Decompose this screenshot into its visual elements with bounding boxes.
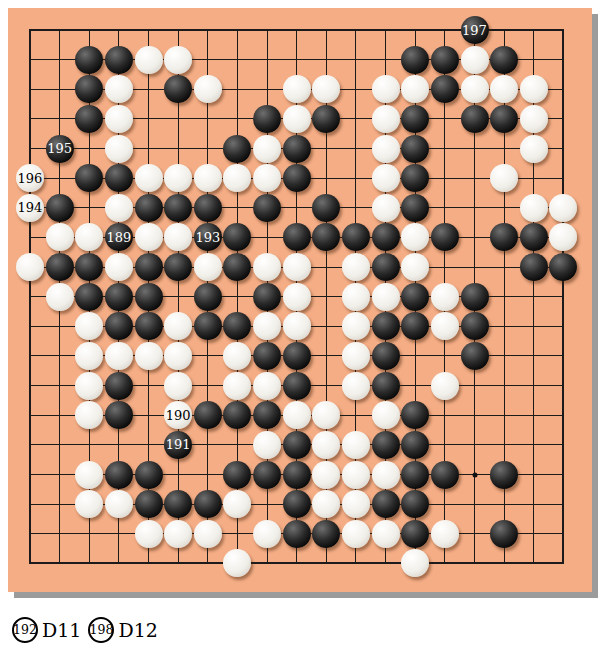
stone-C12 bbox=[75, 223, 103, 251]
stone-K2 bbox=[283, 520, 311, 548]
stone-P9 bbox=[431, 312, 459, 340]
stone-move-196: 196 bbox=[16, 164, 44, 192]
stone-B13 bbox=[46, 194, 74, 222]
stone-N7 bbox=[372, 372, 400, 400]
stone-H14 bbox=[223, 164, 251, 192]
stone-move-190: 190 bbox=[164, 401, 192, 429]
stone-E12 bbox=[135, 223, 163, 251]
stone-Q18 bbox=[461, 46, 489, 74]
stone-move-189: 189 bbox=[105, 223, 133, 251]
stone-K6 bbox=[283, 401, 311, 429]
stone-D18 bbox=[105, 46, 133, 74]
stone-D15 bbox=[105, 135, 133, 163]
stone-move-191: 191 bbox=[164, 431, 192, 459]
stone-P7 bbox=[431, 372, 459, 400]
stone-S11 bbox=[520, 253, 548, 281]
stone-L13 bbox=[312, 194, 340, 222]
stone-T11 bbox=[549, 253, 577, 281]
caption-point-label-2: D12 bbox=[118, 619, 157, 641]
stone-F2 bbox=[164, 520, 192, 548]
stone-G13 bbox=[194, 194, 222, 222]
stone-N16 bbox=[372, 105, 400, 133]
stone-M12 bbox=[342, 223, 370, 251]
stone-C11 bbox=[75, 253, 103, 281]
stone-O17 bbox=[401, 75, 429, 103]
stone-M2 bbox=[342, 520, 370, 548]
stone-N11 bbox=[372, 253, 400, 281]
stone-D9 bbox=[105, 312, 133, 340]
stone-K10 bbox=[283, 283, 311, 311]
stone-C16 bbox=[75, 105, 103, 133]
stone-T12 bbox=[549, 223, 577, 251]
stone-C17 bbox=[75, 75, 103, 103]
stone-L12 bbox=[312, 223, 340, 251]
stone-N9 bbox=[372, 312, 400, 340]
stone-H9 bbox=[223, 312, 251, 340]
stone-D17 bbox=[105, 75, 133, 103]
stone-E14 bbox=[135, 164, 163, 192]
caption-point-label-1: D11 bbox=[42, 619, 81, 641]
stone-move-194: 194 bbox=[16, 194, 44, 222]
stone-C18 bbox=[75, 46, 103, 74]
caption-move-circle-2: 198 bbox=[88, 617, 114, 643]
stone-C6 bbox=[75, 401, 103, 429]
stone-F17 bbox=[164, 75, 192, 103]
stone-K7 bbox=[283, 372, 311, 400]
stone-L17 bbox=[312, 75, 340, 103]
stone-O5 bbox=[401, 431, 429, 459]
stone-R14 bbox=[490, 164, 518, 192]
grid-line-horizontal bbox=[29, 562, 564, 564]
stone-H3 bbox=[223, 490, 251, 518]
stone-H15 bbox=[223, 135, 251, 163]
stone-E9 bbox=[135, 312, 163, 340]
stone-N3 bbox=[372, 490, 400, 518]
stone-M9 bbox=[342, 312, 370, 340]
stone-F12 bbox=[164, 223, 192, 251]
stone-H6 bbox=[223, 401, 251, 429]
stone-D14 bbox=[105, 164, 133, 192]
stone-C10 bbox=[75, 283, 103, 311]
stone-J4 bbox=[253, 461, 281, 489]
stone-G14 bbox=[194, 164, 222, 192]
stone-S15 bbox=[520, 135, 548, 163]
stone-F9 bbox=[164, 312, 192, 340]
stone-E10 bbox=[135, 283, 163, 311]
stone-Q10 bbox=[461, 283, 489, 311]
stone-K5 bbox=[283, 431, 311, 459]
stone-N15 bbox=[372, 135, 400, 163]
stone-O15 bbox=[401, 135, 429, 163]
stone-O4 bbox=[401, 461, 429, 489]
stone-D6 bbox=[105, 401, 133, 429]
stone-M8 bbox=[342, 342, 370, 370]
stone-E8 bbox=[135, 342, 163, 370]
stone-K15 bbox=[283, 135, 311, 163]
stone-D13 bbox=[105, 194, 133, 222]
stone-O12 bbox=[401, 223, 429, 251]
stone-R12 bbox=[490, 223, 518, 251]
stone-M7 bbox=[342, 372, 370, 400]
star-point bbox=[472, 472, 477, 477]
stone-C9 bbox=[75, 312, 103, 340]
stone-O1 bbox=[401, 549, 429, 577]
stone-L2 bbox=[312, 520, 340, 548]
stone-K8 bbox=[283, 342, 311, 370]
stone-G3 bbox=[194, 490, 222, 518]
stone-J10 bbox=[253, 283, 281, 311]
stone-H11 bbox=[223, 253, 251, 281]
stone-C7 bbox=[75, 372, 103, 400]
go-board[interactable]: 197195196194189193190191 bbox=[8, 8, 592, 592]
stone-T13 bbox=[549, 194, 577, 222]
stone-N8 bbox=[372, 342, 400, 370]
stone-J5 bbox=[253, 431, 281, 459]
stone-P12 bbox=[431, 223, 459, 251]
stone-A11 bbox=[16, 253, 44, 281]
stone-H8 bbox=[223, 342, 251, 370]
stone-K17 bbox=[283, 75, 311, 103]
stone-F13 bbox=[164, 194, 192, 222]
stone-G2 bbox=[194, 520, 222, 548]
stone-R17 bbox=[490, 75, 518, 103]
stone-C8 bbox=[75, 342, 103, 370]
stone-G9 bbox=[194, 312, 222, 340]
stone-L6 bbox=[312, 401, 340, 429]
stone-N13 bbox=[372, 194, 400, 222]
stone-O3 bbox=[401, 490, 429, 518]
stone-H1 bbox=[223, 549, 251, 577]
stone-E11 bbox=[135, 253, 163, 281]
stone-move-193: 193 bbox=[194, 223, 222, 251]
stone-O13 bbox=[401, 194, 429, 222]
stone-S12 bbox=[520, 223, 548, 251]
stone-E13 bbox=[135, 194, 163, 222]
stone-H7 bbox=[223, 372, 251, 400]
stone-L4 bbox=[312, 461, 340, 489]
stone-H4 bbox=[223, 461, 251, 489]
stone-D11 bbox=[105, 253, 133, 281]
stone-O16 bbox=[401, 105, 429, 133]
stone-K9 bbox=[283, 312, 311, 340]
stone-C14 bbox=[75, 164, 103, 192]
stone-move-197: 197 bbox=[461, 16, 489, 44]
stone-J8 bbox=[253, 342, 281, 370]
stone-F3 bbox=[164, 490, 192, 518]
stone-F14 bbox=[164, 164, 192, 192]
stone-D8 bbox=[105, 342, 133, 370]
stone-F7 bbox=[164, 372, 192, 400]
stone-O6 bbox=[401, 401, 429, 429]
stone-F11 bbox=[164, 253, 192, 281]
stone-K4 bbox=[283, 461, 311, 489]
stone-K16 bbox=[283, 105, 311, 133]
stone-K12 bbox=[283, 223, 311, 251]
stone-K3 bbox=[283, 490, 311, 518]
stone-J6 bbox=[253, 401, 281, 429]
caption: 192 D11 198 D12 bbox=[12, 612, 165, 648]
stone-M5 bbox=[342, 431, 370, 459]
stone-B12 bbox=[46, 223, 74, 251]
stone-O14 bbox=[401, 164, 429, 192]
stone-L5 bbox=[312, 431, 340, 459]
stone-P17 bbox=[431, 75, 459, 103]
stone-D3 bbox=[105, 490, 133, 518]
stone-N10 bbox=[372, 283, 400, 311]
stone-D10 bbox=[105, 283, 133, 311]
stone-F18 bbox=[164, 46, 192, 74]
diagram-page: 197195196194189193190191 192 D11 198 D12 bbox=[0, 0, 600, 659]
stone-O10 bbox=[401, 283, 429, 311]
stone-J16 bbox=[253, 105, 281, 133]
stone-O2 bbox=[401, 520, 429, 548]
stone-move-195: 195 bbox=[46, 135, 74, 163]
stone-O9 bbox=[401, 312, 429, 340]
stone-K14 bbox=[283, 164, 311, 192]
stone-Q17 bbox=[461, 75, 489, 103]
stone-G6 bbox=[194, 401, 222, 429]
caption-move-circle-1: 192 bbox=[12, 617, 38, 643]
stone-M3 bbox=[342, 490, 370, 518]
grid-line-vertical bbox=[562, 29, 564, 564]
stone-E4 bbox=[135, 461, 163, 489]
stone-J9 bbox=[253, 312, 281, 340]
stone-P4 bbox=[431, 461, 459, 489]
stone-K11 bbox=[283, 253, 311, 281]
stone-J7 bbox=[253, 372, 281, 400]
stone-J11 bbox=[253, 253, 281, 281]
stone-R4 bbox=[490, 461, 518, 489]
stone-O18 bbox=[401, 46, 429, 74]
stone-H12 bbox=[223, 223, 251, 251]
stone-M4 bbox=[342, 461, 370, 489]
stone-N17 bbox=[372, 75, 400, 103]
stone-C3 bbox=[75, 490, 103, 518]
stone-F8 bbox=[164, 342, 192, 370]
stone-S16 bbox=[520, 105, 548, 133]
stone-D4 bbox=[105, 461, 133, 489]
stone-B11 bbox=[46, 253, 74, 281]
stone-J15 bbox=[253, 135, 281, 163]
stone-E2 bbox=[135, 520, 163, 548]
stone-J14 bbox=[253, 164, 281, 192]
stone-P2 bbox=[431, 520, 459, 548]
stone-N14 bbox=[372, 164, 400, 192]
stone-N12 bbox=[372, 223, 400, 251]
stone-O11 bbox=[401, 253, 429, 281]
stone-E18 bbox=[135, 46, 163, 74]
stone-D7 bbox=[105, 372, 133, 400]
stone-J13 bbox=[253, 194, 281, 222]
stone-M10 bbox=[342, 283, 370, 311]
stone-L3 bbox=[312, 490, 340, 518]
stone-G10 bbox=[194, 283, 222, 311]
stone-S13 bbox=[520, 194, 548, 222]
stone-N6 bbox=[372, 401, 400, 429]
stone-L16 bbox=[312, 105, 340, 133]
stone-R18 bbox=[490, 46, 518, 74]
stone-R2 bbox=[490, 520, 518, 548]
stone-C4 bbox=[75, 461, 103, 489]
stone-Q8 bbox=[461, 342, 489, 370]
stone-Q16 bbox=[461, 105, 489, 133]
stone-N5 bbox=[372, 431, 400, 459]
stone-G17 bbox=[194, 75, 222, 103]
stone-J2 bbox=[253, 520, 281, 548]
stone-P18 bbox=[431, 46, 459, 74]
stone-N2 bbox=[372, 520, 400, 548]
stone-B10 bbox=[46, 283, 74, 311]
stone-D16 bbox=[105, 105, 133, 133]
stone-S17 bbox=[520, 75, 548, 103]
stone-G11 bbox=[194, 253, 222, 281]
stone-M11 bbox=[342, 253, 370, 281]
stone-P10 bbox=[431, 283, 459, 311]
stone-R16 bbox=[490, 105, 518, 133]
stone-E3 bbox=[135, 490, 163, 518]
stone-Q9 bbox=[461, 312, 489, 340]
stone-N4 bbox=[372, 461, 400, 489]
